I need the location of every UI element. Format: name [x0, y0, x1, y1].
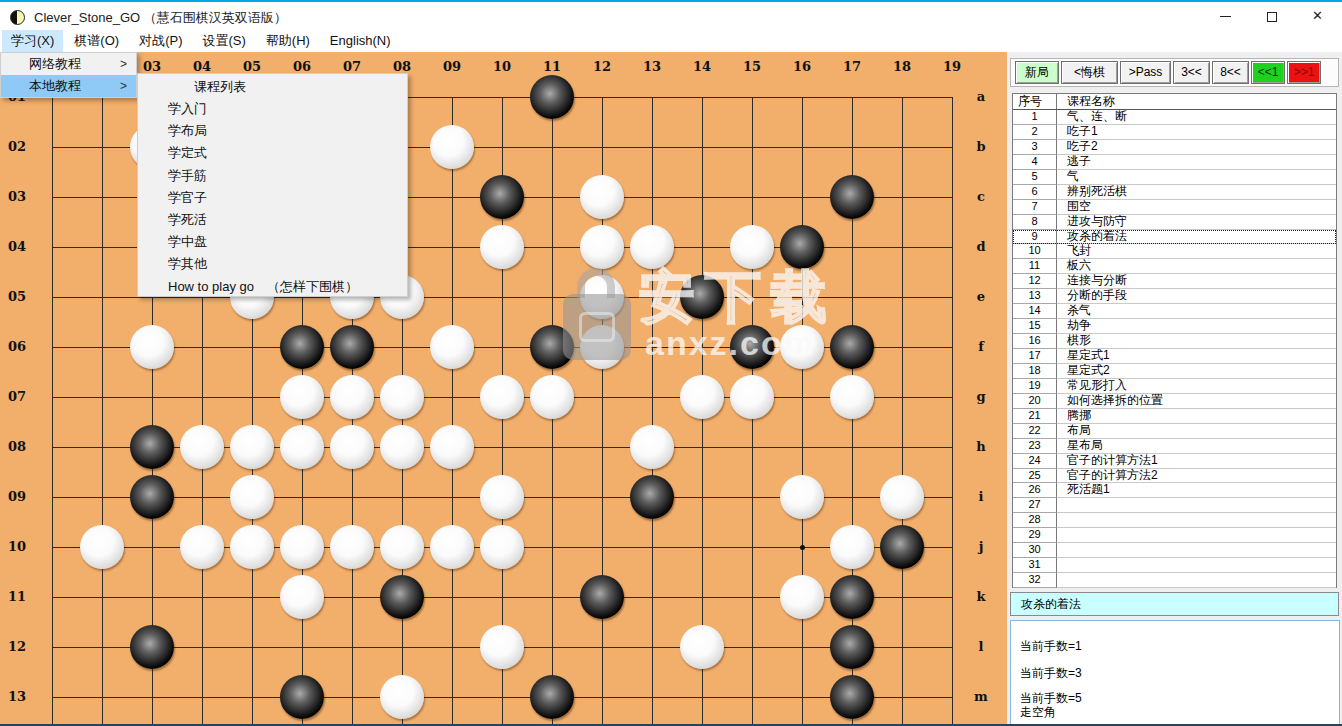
black-stone-08k	[380, 575, 424, 619]
lesson-no: 23	[1013, 439, 1057, 454]
row-label-left-13: 13	[4, 689, 30, 704]
submenu-item-3[interactable]: 学定式	[138, 142, 407, 164]
menu-item-1[interactable]: 学习(X)	[2, 30, 63, 52]
white-stone-10j	[480, 525, 524, 569]
lesson-no: 8	[1013, 215, 1057, 230]
lesson-row-11[interactable]: 11板六	[1013, 259, 1336, 274]
black-stone-16d	[780, 225, 824, 269]
lesson-name: 官子的计算方法1	[1057, 454, 1336, 469]
lesson-name: 棋形	[1057, 334, 1336, 349]
lesson-no: 16	[1013, 334, 1057, 349]
lesson-name	[1057, 558, 1336, 573]
lesson-row-4[interactable]: 4逃子	[1013, 155, 1336, 170]
lesson-row-7[interactable]: 7围空	[1013, 200, 1336, 215]
lesson-row-1[interactable]: 1气、连、断	[1013, 110, 1336, 125]
black-stone-13i	[630, 475, 674, 519]
lesson-table-header: 序号 课程名称	[1013, 94, 1336, 110]
white-stone-03f	[130, 325, 174, 369]
info-line-1: 当前手数=1	[1020, 638, 1082, 655]
toolbar-button-6[interactable]: <<1	[1251, 61, 1285, 84]
col-label-12: 12	[587, 59, 617, 74]
lesson-no: 18	[1013, 364, 1057, 379]
toolbar-button-2[interactable]: <悔棋	[1061, 61, 1118, 84]
col-label-08: 08	[387, 59, 417, 74]
lesson-no: 29	[1013, 528, 1057, 543]
lesson-name: 连接与分断	[1057, 274, 1336, 289]
lesson-no: 13	[1013, 289, 1057, 304]
black-stone-17c	[830, 175, 874, 219]
lesson-row-6[interactable]: 6辨别死活棋	[1013, 185, 1336, 200]
lesson-no: 5	[1013, 170, 1057, 185]
black-stone-03i	[130, 475, 174, 519]
hoshi-point	[800, 545, 805, 550]
white-stone-10i	[480, 475, 524, 519]
lesson-row-5[interactable]: 5气	[1013, 170, 1336, 185]
black-stone-06f	[280, 325, 324, 369]
toolbar-button-1[interactable]: 新局	[1015, 61, 1059, 84]
lesson-no: 22	[1013, 424, 1057, 439]
menu-item-2[interactable]: 棋谱(O)	[65, 30, 128, 52]
lesson-name: 死活题1	[1057, 483, 1336, 498]
row-label-left-09: 09	[4, 489, 30, 504]
lesson-no: 31	[1013, 558, 1057, 573]
lesson-no: 27	[1013, 498, 1057, 513]
black-stone-11f	[530, 325, 574, 369]
lesson-table: 序号 课程名称 1气、连、断2吃子13吃子24逃子5气6辨别死活棋7围空8进攻与…	[1012, 93, 1337, 588]
lesson-name	[1057, 543, 1336, 558]
lesson-row-14[interactable]: 14杀气	[1013, 304, 1336, 319]
submenu-item-4[interactable]: 学手筋	[138, 165, 407, 187]
row-label-right-k: k	[968, 589, 994, 604]
row-label-left-11: 11	[4, 589, 30, 604]
col-label-04: 04	[187, 59, 217, 74]
col-label-05: 05	[237, 59, 267, 74]
grid-vline	[652, 97, 653, 726]
local-courses-submenu: 课程列表 学入门学布局学定式学手筋学官子学死活学中盘学其他How to play…	[137, 73, 408, 297]
lesson-row-25[interactable]: 25官子的计算方法2	[1013, 469, 1336, 484]
white-stone-07h	[330, 425, 374, 469]
lesson-no: 6	[1013, 185, 1057, 200]
white-stone-08j	[380, 525, 424, 569]
col-label-03: 03	[137, 59, 167, 74]
white-stone-13h	[630, 425, 674, 469]
row-label-left-07: 07	[4, 389, 30, 404]
lesson-no: 10	[1013, 244, 1057, 259]
white-stone-16k	[780, 575, 824, 619]
white-stone-06k	[280, 575, 324, 619]
col-label-07: 07	[337, 59, 367, 74]
white-stone-14l	[680, 625, 724, 669]
lesson-row-12[interactable]: 12连接与分断	[1013, 274, 1336, 289]
lesson-no: 28	[1013, 513, 1057, 528]
col-label-11: 11	[537, 59, 567, 74]
maximize-button[interactable]	[1249, 2, 1294, 30]
white-stone-17j	[830, 525, 874, 569]
lesson-no: 1	[1013, 110, 1057, 125]
lesson-row-29[interactable]: 29	[1013, 528, 1336, 543]
window-title: Clever_Stone_GO （慧石围棋汉英双语版）	[34, 9, 287, 27]
lesson-name: 星布局	[1057, 439, 1336, 454]
app-window: Clever_Stone_GO （慧石围棋汉英双语版） ✕ 学习(X)棋谱(O)…	[0, 0, 1342, 726]
white-stone-05j	[230, 525, 274, 569]
white-stone-06j	[280, 525, 324, 569]
white-stone-13d	[630, 225, 674, 269]
row-label-left-10: 10	[4, 539, 30, 554]
submenu-arrow-icon: >	[120, 75, 127, 97]
lesson-no: 15	[1013, 319, 1057, 334]
row-label-right-a: a	[968, 89, 994, 104]
lesson-no: 14	[1013, 304, 1057, 319]
lesson-row-26[interactable]: 26死活题1	[1013, 483, 1336, 498]
lesson-no: 12	[1013, 274, 1057, 289]
lesson-name: 板六	[1057, 259, 1336, 274]
black-stone-17f	[830, 325, 874, 369]
lesson-name: 气、连、断	[1057, 110, 1336, 125]
white-stone-05h	[230, 425, 274, 469]
lesson-no: 2	[1013, 125, 1057, 140]
white-stone-12d	[580, 225, 624, 269]
lesson-name: 星定式1	[1057, 349, 1336, 364]
row-label-right-f: f	[968, 339, 994, 354]
white-stone-12c	[580, 175, 624, 219]
toolbar-button-4[interactable]: 3<<	[1173, 61, 1210, 84]
menu-item-4[interactable]: 设置(S)	[193, 30, 254, 52]
lesson-name: 分断的手段	[1057, 289, 1336, 304]
col-label-18: 18	[887, 59, 917, 74]
info-line-4: 走空角	[1020, 704, 1056, 721]
lesson-name	[1057, 498, 1336, 513]
white-stone-05i	[230, 475, 274, 519]
lesson-no: 4	[1013, 155, 1057, 170]
col-label-15: 15	[737, 59, 767, 74]
lesson-name: 吃子2	[1057, 140, 1336, 155]
white-stone-08h	[380, 425, 424, 469]
row-label-left-05: 05	[4, 289, 30, 304]
lesson-row-30[interactable]: 30	[1013, 543, 1336, 558]
lesson-row-16[interactable]: 16棋形	[1013, 334, 1336, 349]
white-stone-15g	[730, 375, 774, 419]
row-label-left-08: 08	[4, 439, 30, 454]
title-bar: Clever_Stone_GO （慧石围棋汉英双语版） ✕	[0, 0, 1342, 30]
toolbar-button-3[interactable]: >Pass	[1120, 61, 1171, 84]
white-stone-02j	[80, 525, 124, 569]
lesson-row-13[interactable]: 13分断的手段	[1013, 289, 1336, 304]
row-label-right-l: l	[968, 639, 994, 654]
lesson-row-20[interactable]: 20如何选择拆的位置	[1013, 394, 1336, 409]
lesson-info-box: 当前手数=1当前手数=3当前手数=5走空角	[1010, 620, 1340, 726]
menu-bar: 学习(X)棋谱(O)对战(P)设置(S)帮助(H)English(N)	[0, 30, 1342, 52]
lesson-no: 26	[1013, 483, 1057, 498]
lesson-no: 19	[1013, 379, 1057, 394]
white-stone-10l	[480, 625, 524, 669]
row-label-right-j: j	[968, 539, 994, 554]
lesson-name: 杀气	[1057, 304, 1336, 319]
lesson-row-22[interactable]: 22布局	[1013, 424, 1336, 439]
grid-vline	[452, 97, 453, 726]
black-stone-11a	[530, 75, 574, 119]
menu-item-3[interactable]: 对战(P)	[130, 30, 191, 52]
white-stone-16i	[780, 475, 824, 519]
lesson-name	[1057, 513, 1336, 528]
lesson-name	[1057, 528, 1336, 543]
lesson-name: 围空	[1057, 200, 1336, 215]
black-stone-18j	[880, 525, 924, 569]
lesson-table-body: 1气、连、断2吃子13吃子24逃子5气6辨别死活棋7围空8进攻与防守9攻杀的着法…	[1013, 110, 1336, 588]
black-stone-17m	[830, 675, 874, 719]
game-toolbar: 新局<悔棋>Pass3<<8<<<<1>>1	[1010, 58, 1339, 87]
col-label-06: 06	[287, 59, 317, 74]
row-label-right-m: m	[968, 689, 994, 704]
white-stone-10d	[480, 225, 524, 269]
row-label-left-02: 02	[4, 139, 30, 154]
lesson-name: 进攻与防守	[1057, 215, 1336, 230]
grid-vline	[952, 97, 953, 726]
white-stone-08g	[380, 375, 424, 419]
lesson-name: 如何选择拆的位置	[1057, 394, 1336, 409]
black-stone-12k	[580, 575, 624, 619]
black-stone-14e	[680, 275, 724, 319]
white-stone-07g	[330, 375, 374, 419]
dropdown-item-1[interactable]: 网络教程>	[1, 53, 136, 75]
white-stone-14g	[680, 375, 724, 419]
grid-vline	[102, 97, 103, 726]
white-stone-04h	[180, 425, 224, 469]
close-button[interactable]: ✕	[1295, 2, 1340, 30]
app-icon	[10, 10, 25, 25]
lesson-name: 星定式2	[1057, 364, 1336, 379]
lesson-row-8[interactable]: 8进攻与防守	[1013, 215, 1336, 230]
lesson-name: 腾挪	[1057, 409, 1336, 424]
submenu-item-7[interactable]: 学中盘	[138, 231, 407, 253]
lesson-row-21[interactable]: 21腾挪	[1013, 409, 1336, 424]
grid-vline	[52, 97, 53, 726]
lesson-name: 逃子	[1057, 155, 1336, 170]
row-label-right-h: h	[968, 439, 994, 454]
grid-vline	[902, 97, 903, 726]
lesson-no: 32	[1013, 573, 1057, 588]
submenu-item-5[interactable]: 学官子	[138, 187, 407, 209]
grid-hline	[52, 697, 953, 698]
white-stone-09h	[430, 425, 474, 469]
col-label-17: 17	[837, 59, 867, 74]
row-label-left-04: 04	[4, 239, 30, 254]
white-stone-12f	[580, 325, 624, 369]
lesson-row-28[interactable]: 28	[1013, 513, 1336, 528]
black-stone-07f	[330, 325, 374, 369]
lesson-no: 24	[1013, 454, 1057, 469]
lesson-no: 17	[1013, 349, 1057, 364]
lesson-row-31[interactable]: 31	[1013, 558, 1336, 573]
lesson-name: 常见形打入	[1057, 379, 1336, 394]
col-label-16: 16	[787, 59, 817, 74]
white-stone-15d	[730, 225, 774, 269]
lesson-no: 9	[1013, 230, 1057, 245]
row-label-right-e: e	[968, 289, 994, 304]
lesson-row-10[interactable]: 10飞封	[1013, 244, 1336, 259]
lesson-row-9[interactable]: 9攻杀的着法	[1013, 230, 1336, 245]
col-label-13: 13	[637, 59, 667, 74]
row-label-right-i: i	[968, 489, 994, 504]
lesson-row-18[interactable]: 18星定式2	[1013, 364, 1336, 379]
lesson-no: 11	[1013, 259, 1057, 274]
lesson-no: 25	[1013, 469, 1057, 484]
white-stone-08m	[380, 675, 424, 719]
lesson-row-23[interactable]: 23星布局	[1013, 439, 1336, 454]
row-label-left-06: 06	[4, 339, 30, 354]
lesson-row-17[interactable]: 17星定式1	[1013, 349, 1336, 364]
lesson-row-19[interactable]: 19常见形打入	[1013, 379, 1336, 394]
submenu-arrow-icon: >	[120, 53, 127, 75]
lesson-name: 辨别死活棋	[1057, 185, 1336, 200]
lesson-row-27[interactable]: 27	[1013, 498, 1336, 513]
lesson-row-24[interactable]: 24官子的计算方法1	[1013, 454, 1336, 469]
lesson-name: 气	[1057, 170, 1336, 185]
white-stone-16f	[780, 325, 824, 369]
lesson-name: 官子的计算方法2	[1057, 469, 1336, 484]
black-stone-03h	[130, 425, 174, 469]
lesson-name: 布局	[1057, 424, 1336, 439]
lesson-row-3[interactable]: 3吃子2	[1013, 140, 1336, 155]
toolbar-button-7[interactable]: >>1	[1287, 61, 1321, 84]
lesson-name: 飞封	[1057, 244, 1336, 259]
lesson-name: 吃子1	[1057, 125, 1336, 140]
menu-item-5[interactable]: 帮助(H)	[257, 30, 319, 52]
black-stone-11m	[530, 675, 574, 719]
lesson-row-32[interactable]: 32	[1013, 573, 1336, 588]
submenu-item-6[interactable]: 学死活	[138, 209, 407, 231]
lesson-no: 21	[1013, 409, 1057, 424]
black-stone-10c	[480, 175, 524, 219]
submenu-item-8[interactable]: 学其他	[138, 253, 407, 275]
row-label-right-c: c	[968, 189, 994, 204]
white-stone-06h	[280, 425, 324, 469]
toolbar-button-5[interactable]: 8<<	[1212, 61, 1249, 84]
row-label-right-g: g	[968, 389, 994, 404]
col-header-no: 序号	[1013, 94, 1057, 109]
current-lesson-header: 攻杀的着法	[1010, 592, 1339, 616]
submenu-item-2[interactable]: 学布局	[138, 120, 407, 142]
white-stone-12e	[580, 275, 624, 319]
black-stone-17k	[830, 575, 874, 619]
white-stone-11g	[530, 375, 574, 419]
info-line-2: 当前手数=3	[1020, 665, 1082, 682]
white-stone-18i	[880, 475, 924, 519]
lesson-no: 30	[1013, 543, 1057, 558]
white-stone-10g	[480, 375, 524, 419]
submenu-item-9[interactable]: How to play go （怎样下围棋）	[138, 276, 407, 298]
grid-vline	[802, 97, 803, 726]
col-label-14: 14	[687, 59, 717, 74]
col-label-10: 10	[487, 59, 517, 74]
dropdown-item-2[interactable]: 本地教程>	[1, 75, 136, 97]
col-label-09: 09	[437, 59, 467, 74]
col-label-19: 19	[937, 59, 967, 74]
lesson-name: 攻杀的着法	[1057, 230, 1336, 245]
white-stone-04j	[180, 525, 224, 569]
lesson-no: 3	[1013, 140, 1057, 155]
lesson-no: 20	[1013, 394, 1057, 409]
white-stone-06g	[280, 375, 324, 419]
white-stone-17g	[830, 375, 874, 419]
lesson-name	[1057, 573, 1336, 588]
lesson-row-2[interactable]: 2吃子1	[1013, 125, 1336, 140]
lesson-no: 7	[1013, 200, 1057, 215]
white-stone-07j	[330, 525, 374, 569]
col-header-name: 课程名称	[1057, 94, 1336, 109]
white-stone-09b	[430, 125, 474, 169]
white-stone-09f	[430, 325, 474, 369]
row-label-right-b: b	[968, 139, 994, 154]
row-label-right-d: d	[968, 239, 994, 254]
black-stone-03l	[130, 625, 174, 669]
black-stone-06m	[280, 675, 324, 719]
black-stone-17l	[830, 625, 874, 669]
white-stone-09j	[430, 525, 474, 569]
black-stone-15f	[730, 325, 774, 369]
row-label-left-12: 12	[4, 639, 30, 654]
menu-item-6[interactable]: English(N)	[321, 30, 400, 52]
minimize-button[interactable]	[1203, 2, 1248, 30]
submenu-header-course-list: 课程列表	[138, 74, 407, 98]
right-panel: 新局<悔棋>Pass3<<8<<<<1>>1 序号 课程名称 1气、连、断2吃子…	[1007, 52, 1342, 726]
learn-menu-dropdown: 网络教程>本地教程>	[0, 52, 137, 98]
row-label-left-03: 03	[4, 189, 30, 204]
lesson-row-15[interactable]: 15劫争	[1013, 319, 1336, 334]
lesson-name: 劫争	[1057, 319, 1336, 334]
submenu-item-1[interactable]: 学入门	[138, 98, 407, 120]
